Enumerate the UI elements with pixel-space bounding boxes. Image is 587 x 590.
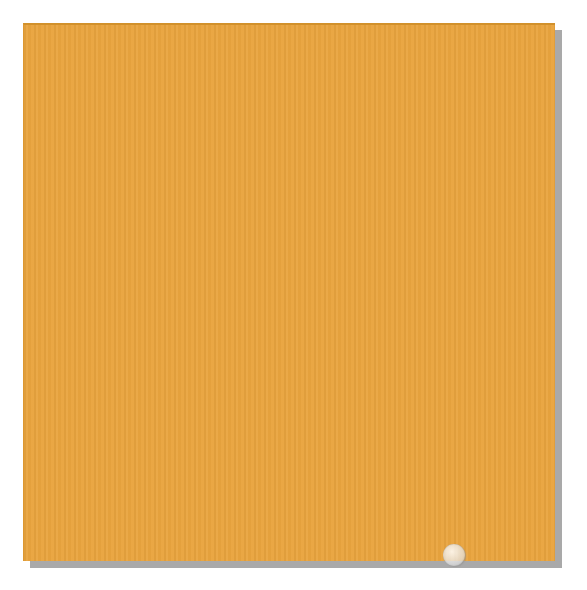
- intersections: [26, 31, 556, 563]
- go-board-diagram: [0, 0, 587, 590]
- goban: [23, 23, 555, 561]
